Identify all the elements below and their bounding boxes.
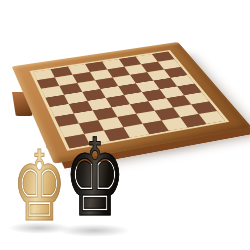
black-king-glyph: ♚ xyxy=(64,126,125,231)
foreground-black-king: ♚ xyxy=(47,125,137,232)
chess-set-photo: ♜♞♝♚♛♝♞♜♟♟♟♟♟♟♟♟♟♟♟♟♟♟♟♟♜♞♝♚♛♝♞♜ ♚ ♚ xyxy=(0,0,250,250)
